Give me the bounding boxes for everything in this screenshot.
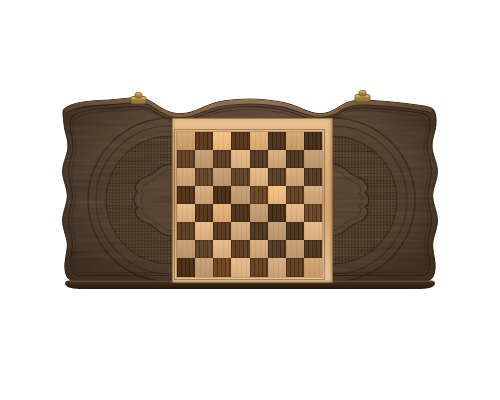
square-h7 [304, 150, 322, 168]
square-f3 [268, 222, 286, 240]
right-hinge [355, 91, 370, 103]
square-e2 [250, 240, 268, 258]
square-e3 [250, 222, 268, 240]
square-h4 [304, 204, 322, 222]
square-h2 [304, 240, 322, 258]
square-a4 [177, 204, 195, 222]
square-b5 [195, 186, 213, 204]
square-b8 [195, 132, 213, 150]
square-d8 [231, 132, 249, 150]
square-f7 [268, 150, 286, 168]
product-photo-scene [0, 0, 500, 400]
square-a5 [177, 186, 195, 204]
square-c8 [213, 132, 231, 150]
square-d3 [231, 222, 249, 240]
square-e8 [250, 132, 268, 150]
square-h3 [304, 222, 322, 240]
square-h6 [304, 168, 322, 186]
square-f5 [268, 186, 286, 204]
left-hinge [131, 93, 146, 105]
square-d5 [231, 186, 249, 204]
square-d4 [231, 204, 249, 222]
square-g1 [286, 258, 304, 276]
square-e7 [250, 150, 268, 168]
square-c4 [213, 204, 231, 222]
square-h1 [304, 258, 322, 276]
square-e5 [250, 186, 268, 204]
square-e6 [250, 168, 268, 186]
square-e1 [250, 258, 268, 276]
square-d6 [231, 168, 249, 186]
square-a8 [177, 132, 195, 150]
square-e4 [250, 204, 268, 222]
square-b7 [195, 150, 213, 168]
square-d1 [231, 258, 249, 276]
square-b3 [195, 222, 213, 240]
square-g6 [286, 168, 304, 186]
square-g2 [286, 240, 304, 258]
square-b4 [195, 204, 213, 222]
square-g7 [286, 150, 304, 168]
square-h8 [304, 132, 322, 150]
square-a7 [177, 150, 195, 168]
square-c2 [213, 240, 231, 258]
square-b1 [195, 258, 213, 276]
square-f6 [268, 168, 286, 186]
square-f8 [268, 132, 286, 150]
square-d2 [231, 240, 249, 258]
square-b2 [195, 240, 213, 258]
square-g5 [286, 186, 304, 204]
square-a2 [177, 240, 195, 258]
square-c6 [213, 168, 231, 186]
square-b6 [195, 168, 213, 186]
square-d7 [231, 150, 249, 168]
square-c3 [213, 222, 231, 240]
square-f2 [268, 240, 286, 258]
square-g8 [286, 132, 304, 150]
chessboard [177, 132, 322, 277]
square-a1 [177, 258, 195, 276]
square-a6 [177, 168, 195, 186]
square-c5 [213, 186, 231, 204]
square-f1 [268, 258, 286, 276]
square-f4 [268, 204, 286, 222]
square-g3 [286, 222, 304, 240]
square-c1 [213, 258, 231, 276]
square-h5 [304, 186, 322, 204]
square-c7 [213, 150, 231, 168]
chessboard-panel [172, 118, 333, 283]
square-a3 [177, 222, 195, 240]
square-g4 [286, 204, 304, 222]
